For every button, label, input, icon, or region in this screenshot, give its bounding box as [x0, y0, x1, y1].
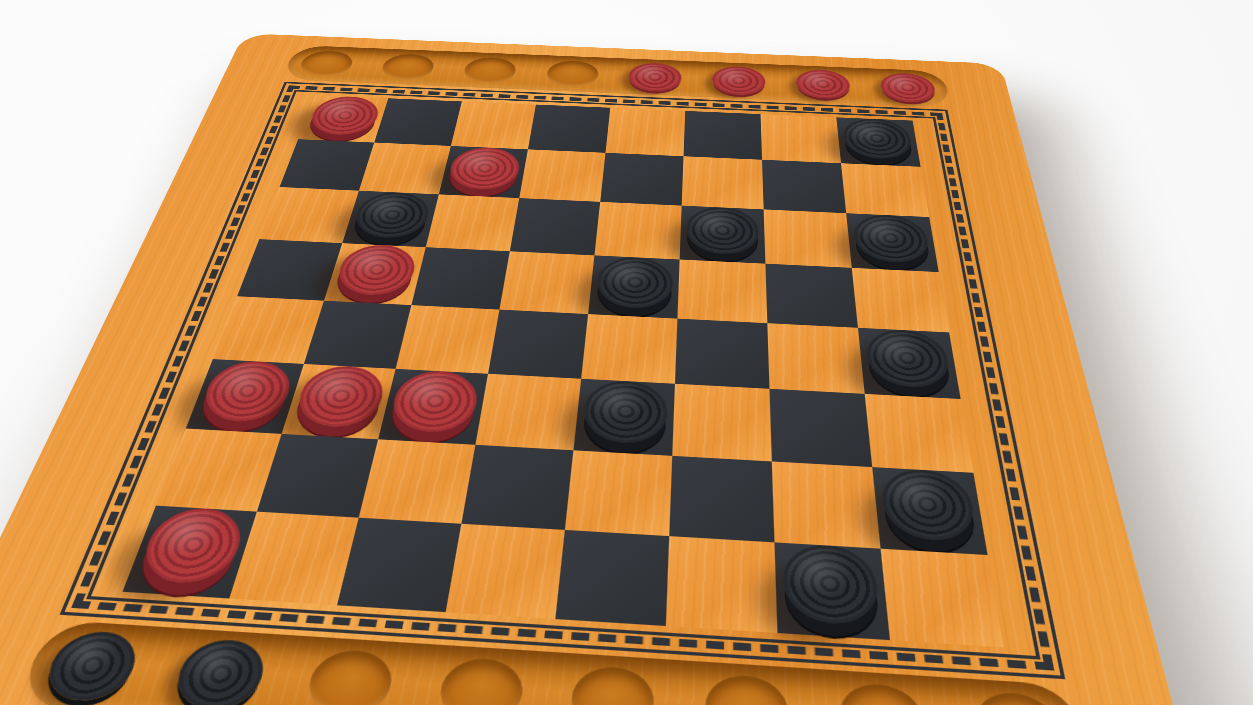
square-a2[interactable] — [280, 139, 375, 190]
square-e6[interactable] — [573, 379, 675, 456]
square-f3[interactable] — [680, 206, 766, 264]
square-f4[interactable] — [677, 260, 767, 324]
square-d3[interactable] — [510, 198, 600, 255]
square-h2[interactable] — [841, 163, 929, 217]
square-d6[interactable] — [475, 374, 581, 451]
board-3d-scene — [0, 33, 1221, 705]
red-checker-b4[interactable] — [332, 243, 420, 296]
square-d8[interactable] — [446, 524, 565, 619]
square-b3[interactable] — [342, 191, 439, 248]
square-g4[interactable] — [765, 264, 858, 328]
square-g6[interactable] — [769, 389, 872, 467]
black-checker-e4[interactable] — [595, 256, 674, 310]
square-d4[interactable] — [499, 251, 594, 314]
square-h1[interactable] — [836, 117, 920, 166]
square-e2[interactable] — [600, 153, 683, 206]
square-h3[interactable] — [846, 213, 939, 272]
red-checker-top-tray-slot-6[interactable] — [712, 66, 766, 96]
bottom-tray-slot-2 — [170, 640, 269, 705]
top-tray-slot-1 — [296, 50, 356, 77]
square-g8[interactable] — [774, 542, 890, 640]
square-f7[interactable] — [669, 456, 774, 543]
square-g7[interactable] — [772, 461, 881, 548]
square-c4[interactable] — [411, 247, 509, 309]
bottom-tray-slot-6 — [705, 673, 789, 705]
red-checker-a8[interactable] — [134, 506, 250, 586]
black-checker-g8[interactable] — [782, 543, 881, 627]
square-d2[interactable] — [519, 149, 605, 201]
square-h7[interactable] — [872, 467, 987, 555]
square-e3[interactable] — [594, 202, 681, 260]
red-checker-c2[interactable] — [446, 146, 523, 191]
square-b2[interactable] — [359, 143, 451, 195]
red-checker-top-tray-slot-5[interactable] — [628, 62, 683, 92]
black-checker-b3[interactable] — [350, 191, 433, 240]
square-c1[interactable] — [451, 101, 536, 149]
square-b5[interactable] — [304, 301, 412, 369]
wooden-checkers-board — [0, 33, 1221, 705]
square-f2[interactable] — [682, 156, 764, 209]
square-c8[interactable] — [337, 518, 461, 612]
top-tray-slot-3 — [461, 57, 517, 85]
black-checker-bottom-tray-slot-2[interactable] — [168, 638, 271, 705]
square-c7[interactable] — [359, 439, 476, 523]
black-checker-h5[interactable] — [864, 328, 952, 389]
scene-background — [0, 0, 1253, 705]
square-b1[interactable] — [374, 98, 462, 146]
bottom-tray-slot-7 — [838, 682, 928, 705]
square-f1[interactable] — [684, 111, 763, 160]
top-tray-slot-2 — [379, 53, 437, 81]
square-b4[interactable] — [324, 243, 426, 305]
red-checker-a1[interactable] — [306, 95, 384, 136]
black-checker-h7[interactable] — [879, 467, 978, 542]
top-tray-slot-7 — [796, 70, 850, 98]
bottom-tray-slot-1 — [40, 632, 143, 701]
square-g1[interactable] — [761, 114, 841, 163]
square-h5[interactable] — [858, 328, 961, 399]
square-f6[interactable] — [672, 384, 772, 462]
top-tray-slot-8 — [880, 73, 937, 102]
square-h4[interactable] — [852, 268, 949, 333]
red-checker-top-tray-slot-8[interactable] — [879, 72, 938, 103]
black-checker-f3[interactable] — [686, 206, 760, 256]
bottom-tray-slot-4 — [435, 656, 526, 705]
red-checker-c6[interactable] — [387, 369, 482, 434]
square-h6[interactable] — [865, 394, 974, 473]
checkers-grid — [122, 95, 1003, 647]
black-checker-h1[interactable] — [842, 118, 914, 160]
black-checker-bottom-tray-slot-1[interactable] — [38, 630, 145, 704]
square-f8[interactable] — [666, 536, 778, 633]
square-e7[interactable] — [565, 450, 672, 536]
bottom-tray-slot-5 — [569, 665, 655, 705]
square-d7[interactable] — [461, 445, 573, 530]
square-c2[interactable] — [439, 146, 528, 198]
square-c3[interactable] — [426, 194, 520, 251]
top-tray-slot-4 — [545, 60, 600, 88]
top-tray-slot-6 — [713, 67, 765, 95]
square-d1[interactable] — [528, 105, 610, 153]
square-e5[interactable] — [581, 314, 677, 384]
black-checker-e6[interactable] — [581, 379, 668, 445]
square-c6[interactable] — [378, 369, 488, 445]
bottom-tray-slot-8 — [971, 690, 1067, 705]
square-g3[interactable] — [764, 209, 852, 267]
red-checker-a6[interactable] — [196, 359, 297, 423]
square-g2[interactable] — [762, 160, 846, 213]
top-tray-slot-5 — [629, 63, 682, 91]
square-f5[interactable] — [675, 319, 770, 389]
square-d5[interactable] — [488, 310, 588, 379]
square-g5[interactable] — [767, 323, 864, 394]
square-e8[interactable] — [555, 530, 669, 626]
filmstrip-dashed-frame — [71, 85, 1054, 670]
red-checker-top-tray-slot-7[interactable] — [795, 69, 851, 99]
square-h8[interactable] — [881, 549, 1004, 648]
square-c5[interactable] — [396, 305, 500, 374]
black-checker-h3[interactable] — [852, 213, 932, 263]
bottom-tray-slot-3 — [302, 648, 397, 705]
square-e4[interactable] — [588, 255, 680, 318]
red-checker-b6[interactable] — [291, 364, 389, 429]
square-e1[interactable] — [605, 108, 685, 157]
square-a1[interactable] — [298, 95, 388, 142]
